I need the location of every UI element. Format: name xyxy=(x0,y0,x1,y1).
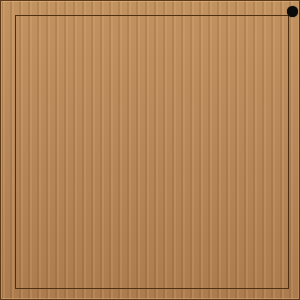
rank-labels-left xyxy=(1,16,16,288)
file-labels-top xyxy=(16,1,288,16)
black-to-move-indicator xyxy=(287,6,298,17)
file-labels-bottom xyxy=(16,288,288,300)
chess-board xyxy=(16,16,288,288)
rank-labels-right xyxy=(288,16,300,288)
chess-board-window xyxy=(0,0,300,300)
